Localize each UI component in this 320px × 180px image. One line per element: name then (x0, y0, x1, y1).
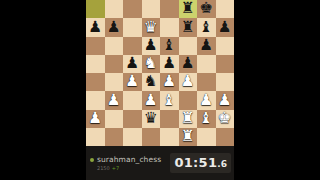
white-pawn[interactable]: ♟ (181, 74, 195, 90)
square-b2[interactable] (105, 110, 124, 128)
white-queen[interactable]: ♛ (144, 19, 158, 35)
white-rook[interactable]: ♜ (181, 110, 195, 126)
square-g3[interactable]: ♟ (197, 91, 216, 109)
square-c8[interactable] (123, 0, 142, 18)
square-d2[interactable]: ♛ (142, 110, 161, 128)
square-c7[interactable] (123, 18, 142, 36)
player-rating-row: 2150 +7 (90, 165, 161, 171)
square-d5[interactable]: ♞ (142, 55, 161, 73)
square-h7[interactable]: ♟ (216, 18, 235, 36)
square-a4[interactable] (86, 73, 105, 91)
square-h1[interactable] (216, 128, 235, 146)
square-h3[interactable]: ♟ (216, 91, 235, 109)
square-f1[interactable]: ♜ (179, 128, 198, 146)
square-d8[interactable] (142, 0, 161, 18)
square-e5[interactable]: ♟ (160, 55, 179, 73)
square-c5[interactable]: ♟ (123, 55, 142, 73)
white-pawn[interactable]: ♟ (144, 92, 158, 108)
square-a5[interactable] (86, 55, 105, 73)
square-e6[interactable]: ♝ (160, 37, 179, 55)
square-h8[interactable] (216, 0, 235, 18)
video-frame: ♜♚♟♟♛♜♝♟♟♝♟♟♞♟♟♟♞♟♟♟♟♝♟♟♟♛♜♝♚♜ surahman_… (0, 0, 320, 180)
black-pawn[interactable]: ♟ (125, 56, 139, 72)
black-rook[interactable]: ♜ (181, 1, 195, 17)
square-a8[interactable] (86, 0, 105, 18)
square-b5[interactable] (105, 55, 124, 73)
square-e4[interactable]: ♟ (160, 73, 179, 91)
square-c3[interactable] (123, 91, 142, 109)
player-clock: 01:51 .6 (170, 153, 231, 173)
black-rook[interactable]: ♜ (181, 19, 195, 35)
clock-tenths: .6 (217, 159, 227, 169)
square-f8[interactable]: ♜ (179, 0, 198, 18)
square-e2[interactable] (160, 110, 179, 128)
black-pawn[interactable]: ♟ (162, 56, 176, 72)
square-g4[interactable] (197, 73, 216, 91)
white-knight[interactable]: ♞ (144, 56, 158, 72)
square-d3[interactable]: ♟ (142, 91, 161, 109)
square-e1[interactable] (160, 128, 179, 146)
black-queen[interactable]: ♛ (144, 110, 158, 126)
square-g1[interactable] (197, 128, 216, 146)
square-c4[interactable]: ♟ (123, 73, 142, 91)
white-pawn[interactable]: ♟ (218, 92, 232, 108)
white-pawn[interactable]: ♟ (88, 110, 102, 126)
black-pawn[interactable]: ♟ (218, 19, 232, 35)
player-rating: 2150 (97, 165, 110, 171)
square-e8[interactable] (160, 0, 179, 18)
square-f3[interactable] (179, 91, 198, 109)
square-b8[interactable] (105, 0, 124, 18)
black-pawn[interactable]: ♟ (144, 37, 158, 53)
white-pawn[interactable]: ♟ (107, 92, 121, 108)
white-pawn[interactable]: ♟ (199, 92, 213, 108)
square-b3[interactable]: ♟ (105, 91, 124, 109)
square-g2[interactable]: ♝ (197, 110, 216, 128)
square-d4[interactable]: ♞ (142, 73, 161, 91)
black-bishop[interactable]: ♝ (162, 37, 176, 53)
square-b4[interactable] (105, 73, 124, 91)
black-pawn[interactable]: ♟ (181, 56, 195, 72)
rating-change: +7 (112, 165, 119, 171)
white-rook[interactable]: ♜ (181, 129, 195, 145)
black-pawn[interactable]: ♟ (107, 19, 121, 35)
square-f4[interactable]: ♟ (179, 73, 198, 91)
square-e7[interactable] (160, 18, 179, 36)
clock-time: 01:51 (174, 155, 217, 170)
square-g5[interactable] (197, 55, 216, 73)
square-h5[interactable] (216, 55, 235, 73)
black-knight[interactable]: ♞ (144, 74, 158, 90)
white-pawn[interactable]: ♟ (125, 74, 139, 90)
square-h2[interactable]: ♚ (216, 110, 235, 128)
square-f6[interactable] (179, 37, 198, 55)
square-h6[interactable] (216, 37, 235, 55)
white-bishop[interactable]: ♝ (162, 92, 176, 108)
online-status-icon (90, 158, 94, 162)
player-bar: surahman_chess 2150 +7 01:51 .6 (86, 146, 234, 180)
square-b1[interactable] (105, 128, 124, 146)
square-f5[interactable]: ♟ (179, 55, 198, 73)
square-a3[interactable] (86, 91, 105, 109)
square-a7[interactable]: ♟ (86, 18, 105, 36)
square-f2[interactable]: ♜ (179, 110, 198, 128)
square-a2[interactable]: ♟ (86, 110, 105, 128)
square-c1[interactable] (123, 128, 142, 146)
square-d6[interactable]: ♟ (142, 37, 161, 55)
square-c2[interactable] (123, 110, 142, 128)
square-a1[interactable] (86, 128, 105, 146)
player-name: surahman_chess (97, 155, 161, 164)
square-f7[interactable]: ♜ (179, 18, 198, 36)
square-d1[interactable] (142, 128, 161, 146)
square-g6[interactable]: ♟ (197, 37, 216, 55)
player-info: surahman_chess 2150 +7 (90, 155, 161, 171)
player-name-row: surahman_chess (90, 155, 161, 164)
square-g8[interactable]: ♚ (197, 0, 216, 18)
white-king[interactable]: ♚ (218, 110, 232, 126)
square-a6[interactable] (86, 37, 105, 55)
square-c6[interactable] (123, 37, 142, 55)
square-b6[interactable] (105, 37, 124, 55)
chess-board[interactable]: ♜♚♟♟♛♜♝♟♟♝♟♟♞♟♟♟♞♟♟♟♟♝♟♟♟♛♜♝♚♜ (86, 0, 234, 146)
black-bishop[interactable]: ♝ (199, 19, 213, 35)
square-h4[interactable] (216, 73, 235, 91)
white-bishop[interactable]: ♝ (199, 110, 213, 126)
square-g7[interactable]: ♝ (197, 18, 216, 36)
black-pawn[interactable]: ♟ (88, 19, 102, 35)
square-e3[interactable]: ♝ (160, 91, 179, 109)
white-pawn[interactable]: ♟ (162, 74, 176, 90)
square-b7[interactable]: ♟ (105, 18, 124, 36)
black-pawn[interactable]: ♟ (199, 37, 213, 53)
square-d7[interactable]: ♛ (142, 18, 161, 36)
black-king[interactable]: ♚ (199, 1, 213, 17)
